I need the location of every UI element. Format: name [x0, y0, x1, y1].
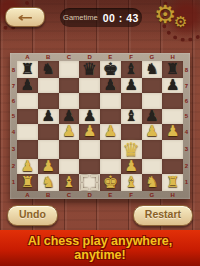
- piece-white-pawn: ♟: [166, 124, 179, 139]
- banner-line-1: AI chess play anywhere,: [28, 234, 173, 248]
- square-b8[interactable]: ♞: [38, 61, 59, 78]
- piece-black-bishop: ♝: [124, 109, 137, 124]
- piece-white-knight: ♞: [145, 175, 158, 190]
- square-c1[interactable]: ♝: [59, 174, 80, 191]
- square-g2[interactable]: [142, 159, 163, 174]
- piece-white-king: ♚: [103, 174, 118, 191]
- file-label-d: D: [79, 191, 100, 199]
- piece-white-pawn: ♟: [41, 159, 54, 174]
- piece-white-bishop: ♝: [124, 175, 137, 190]
- frame-corner: [183, 53, 190, 61]
- rank-label-5: 5: [10, 109, 17, 124]
- move-origin-marker: [91, 183, 98, 190]
- gametime-pill: Gametime 00 : 43: [60, 8, 142, 27]
- piece-white-queen: ♛: [123, 140, 140, 159]
- piece-black-rook: ♜: [21, 62, 34, 77]
- frame-corner: [10, 53, 17, 61]
- move-origin-marker: [81, 175, 88, 182]
- gear-icon-small: ⚙: [174, 13, 187, 31]
- piece-white-pawn: ♟: [21, 159, 34, 174]
- square-f7[interactable]: ♟: [121, 78, 142, 93]
- rank-label-3: 3: [10, 140, 17, 159]
- promo-banner: AI chess play anywhere, anytime!: [0, 230, 200, 266]
- square-a4[interactable]: [17, 124, 38, 139]
- rank-label-5: 5: [183, 109, 190, 124]
- piece-white-pawn: ♟: [104, 124, 117, 139]
- piece-black-pawn: ♟: [41, 109, 54, 124]
- piece-black-bishop: ♝: [124, 62, 137, 77]
- rank-label-7: 7: [183, 78, 190, 93]
- square-b1[interactable]: ♞: [38, 174, 59, 191]
- square-h3[interactable]: [162, 140, 183, 159]
- square-h6[interactable]: [162, 93, 183, 108]
- square-d2[interactable]: [79, 159, 100, 174]
- file-label-c: C: [59, 191, 80, 199]
- square-d3[interactable]: [79, 140, 100, 159]
- square-b2[interactable]: ♟: [38, 159, 59, 174]
- file-label-a: A: [17, 191, 38, 199]
- square-a7[interactable]: ♟: [17, 78, 38, 93]
- piece-white-rook: ♜: [21, 175, 34, 190]
- square-h4[interactable]: ♟: [162, 124, 183, 139]
- rank-label-1: 1: [183, 174, 190, 191]
- move-origin-marker: [91, 175, 98, 182]
- square-b7[interactable]: [38, 78, 59, 93]
- square-g7[interactable]: [142, 78, 163, 93]
- square-f5[interactable]: ♝: [121, 109, 142, 124]
- square-d1[interactable]: [79, 174, 100, 191]
- square-c7[interactable]: [59, 78, 80, 93]
- chess-app: ← Gametime 00 : 43 ⚙ ⚙ ABCDEFGH8♜♞♛♚♝♞♜8…: [0, 0, 200, 266]
- piece-black-pawn: ♟: [104, 78, 117, 93]
- piece-white-bishop: ♝: [62, 175, 75, 190]
- file-label-e: E: [100, 191, 121, 199]
- piece-white-pawn: ♟: [83, 124, 96, 139]
- square-a1[interactable]: ♜: [17, 174, 38, 191]
- rank-label-1: 1: [10, 174, 17, 191]
- rank-label-2: 2: [10, 159, 17, 174]
- rank-label-7: 7: [10, 78, 17, 93]
- piece-black-pawn: ♟: [21, 78, 34, 93]
- square-d7[interactable]: [79, 78, 100, 93]
- rank-label-8: 8: [183, 61, 190, 78]
- file-label-b: B: [38, 191, 59, 199]
- square-h2[interactable]: [162, 159, 183, 174]
- square-a2[interactable]: ♟: [17, 159, 38, 174]
- file-label-f: F: [121, 191, 142, 199]
- square-c8[interactable]: [59, 61, 80, 78]
- gametime-value: 00 : 43: [103, 12, 139, 24]
- square-g3[interactable]: [142, 140, 163, 159]
- square-h7[interactable]: ♟: [162, 78, 183, 93]
- rank-label-4: 4: [10, 124, 17, 139]
- undo-button[interactable]: Undo: [7, 205, 58, 226]
- rank-label-3: 3: [183, 140, 190, 159]
- square-g8[interactable]: ♞: [142, 61, 163, 78]
- piece-black-pawn: ♟: [124, 78, 137, 93]
- square-g1[interactable]: ♞: [142, 174, 163, 191]
- square-c3[interactable]: [59, 140, 80, 159]
- piece-white-rook: ♜: [166, 175, 179, 190]
- rank-label-8: 8: [10, 61, 17, 78]
- square-f2[interactable]: ♟: [121, 159, 142, 174]
- frame-corner: [10, 191, 17, 199]
- square-c4[interactable]: ♟: [59, 124, 80, 139]
- move-origin-marker: [81, 183, 88, 190]
- settings-button[interactable]: ⚙ ⚙: [154, 1, 196, 33]
- restart-button[interactable]: Restart: [133, 205, 193, 226]
- rank-label-2: 2: [183, 159, 190, 174]
- piece-black-rook: ♜: [166, 62, 179, 77]
- gametime-label: Gametime: [63, 13, 98, 22]
- chess-board: ABCDEFGH8♜♞♛♚♝♞♜87♟♟♟♟7665♟♟♟♝♟54♟♟♟♟♟43…: [10, 53, 190, 199]
- piece-white-pawn: ♟: [124, 159, 137, 174]
- square-f1[interactable]: ♝: [121, 174, 142, 191]
- square-d8[interactable]: ♛: [79, 61, 100, 78]
- file-label-c: C: [59, 53, 80, 61]
- square-b4[interactable]: [38, 124, 59, 139]
- rank-label-6: 6: [183, 93, 190, 108]
- square-a6[interactable]: [17, 93, 38, 108]
- frame-corner: [183, 191, 190, 199]
- back-button[interactable]: ←: [5, 7, 45, 27]
- square-a3[interactable]: [17, 140, 38, 159]
- square-e6[interactable]: [100, 93, 121, 108]
- square-c2[interactable]: [59, 159, 80, 174]
- square-e7[interactable]: ♟: [100, 78, 121, 93]
- rank-label-6: 6: [10, 93, 17, 108]
- square-d4[interactable]: ♟: [79, 124, 100, 139]
- square-e4[interactable]: ♟: [100, 124, 121, 139]
- square-h1[interactable]: ♜: [162, 174, 183, 191]
- banner-line-2: anytime!: [74, 248, 125, 262]
- controls-row: Undo Restart: [0, 205, 200, 225]
- square-b3[interactable]: [38, 140, 59, 159]
- piece-black-knight: ♞: [41, 62, 54, 77]
- back-arrow-icon: ←: [17, 11, 32, 24]
- rank-label-4: 4: [183, 124, 190, 139]
- piece-white-pawn: ♟: [62, 124, 75, 139]
- piece-white-knight: ♞: [41, 175, 54, 190]
- square-e1[interactable]: ♚: [100, 174, 121, 191]
- square-a5[interactable]: [17, 109, 38, 124]
- piece-black-pawn: ♟: [166, 78, 179, 93]
- piece-black-queen: ♛: [82, 61, 97, 78]
- file-label-g: G: [142, 191, 163, 199]
- square-b5[interactable]: ♟: [38, 109, 59, 124]
- square-e3[interactable]: [100, 140, 121, 159]
- square-g4[interactable]: ♟: [142, 124, 163, 139]
- top-bar: ← Gametime 00 : 43 ⚙ ⚙: [0, 0, 200, 32]
- piece-black-knight: ♞: [145, 62, 158, 77]
- piece-white-pawn: ♟: [145, 124, 158, 139]
- file-label-h: H: [162, 191, 183, 199]
- square-f3[interactable]: ♛: [121, 140, 142, 159]
